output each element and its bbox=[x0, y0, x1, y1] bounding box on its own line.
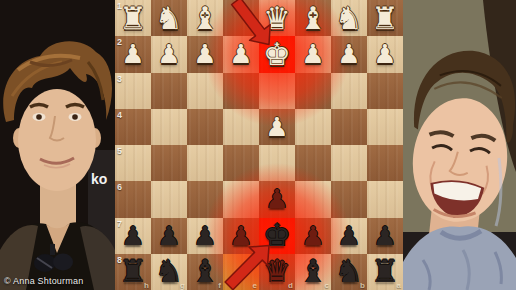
square-f5[interactable] bbox=[187, 145, 223, 181]
square-d5[interactable] bbox=[259, 145, 295, 181]
rank-label: 8 bbox=[117, 255, 122, 265]
square-g2[interactable]: ♟ bbox=[151, 36, 187, 72]
file-label: e bbox=[253, 281, 257, 290]
piece-black-pawn[interactable]: ♟ bbox=[373, 223, 396, 249]
piece-black-bishop[interactable]: ♝ bbox=[191, 256, 219, 287]
square-b6[interactable] bbox=[331, 181, 367, 217]
square-c2[interactable]: ♟ bbox=[295, 36, 331, 72]
square-c3[interactable] bbox=[295, 73, 331, 109]
square-g7[interactable]: ♟ bbox=[151, 218, 187, 254]
square-a7[interactable]: ♟ bbox=[367, 218, 403, 254]
square-h6[interactable]: 6 bbox=[115, 181, 151, 217]
square-b3[interactable] bbox=[331, 73, 367, 109]
square-c6[interactable] bbox=[295, 181, 331, 217]
square-f6[interactable] bbox=[187, 181, 223, 217]
piece-white-pawn[interactable]: ♟ bbox=[157, 41, 180, 67]
piece-white-pawn[interactable]: ♟ bbox=[301, 41, 324, 67]
rank-label: 5 bbox=[117, 146, 122, 156]
piece-black-pawn[interactable]: ♟ bbox=[157, 223, 180, 249]
square-a6[interactable] bbox=[367, 181, 403, 217]
square-h8[interactable]: ♜8h bbox=[115, 254, 151, 290]
left-player-photo: ko © Anna Shtourman bbox=[0, 0, 115, 290]
square-f3[interactable] bbox=[187, 73, 223, 109]
square-a5[interactable] bbox=[367, 145, 403, 181]
square-b5[interactable] bbox=[331, 145, 367, 181]
file-label: h bbox=[144, 281, 149, 290]
square-e6[interactable] bbox=[223, 181, 259, 217]
square-g3[interactable] bbox=[151, 73, 187, 109]
square-e8[interactable]: e bbox=[223, 254, 259, 290]
square-c7[interactable]: ♟ bbox=[295, 218, 331, 254]
file-label: b bbox=[360, 281, 365, 290]
square-c5[interactable] bbox=[295, 145, 331, 181]
rank-label: 6 bbox=[117, 182, 122, 192]
piece-black-pawn[interactable]: ♟ bbox=[193, 223, 216, 249]
piece-black-pawn[interactable]: ♟ bbox=[265, 186, 288, 212]
rank-label: 7 bbox=[117, 219, 122, 229]
piece-white-knight[interactable]: ♞ bbox=[155, 3, 183, 34]
square-b2[interactable]: ♟ bbox=[331, 36, 367, 72]
piece-black-knight[interactable]: ♞ bbox=[155, 256, 183, 287]
square-a8[interactable]: ♜a bbox=[367, 254, 403, 290]
square-d8[interactable]: ♛d bbox=[259, 254, 295, 290]
piece-black-king[interactable]: ♚ bbox=[263, 220, 291, 251]
piece-white-pawn[interactable]: ♟ bbox=[229, 41, 252, 67]
square-f1[interactable]: ♝ bbox=[187, 0, 223, 36]
square-g6[interactable] bbox=[151, 181, 187, 217]
square-f4[interactable] bbox=[187, 109, 223, 145]
video-thumbnail: ko © Anna Shtourman ♜1♞♝♛♝♞♜♟2♟♟♟♚♟♟♟34♟… bbox=[0, 0, 516, 290]
piece-black-rook[interactable]: ♜ bbox=[119, 256, 147, 287]
square-h7[interactable]: ♟7 bbox=[115, 218, 151, 254]
chess-board[interactable]: ♜1♞♝♛♝♞♜♟2♟♟♟♚♟♟♟34♟56♟♟7♟♟♟♚♟♟♟♜8h♞g♝fe… bbox=[115, 0, 403, 290]
piece-black-pawn[interactable]: ♟ bbox=[337, 223, 360, 249]
piece-white-rook[interactable]: ♜ bbox=[371, 3, 399, 34]
square-a3[interactable] bbox=[367, 73, 403, 109]
right-player-art bbox=[403, 0, 516, 290]
square-a2[interactable]: ♟ bbox=[367, 36, 403, 72]
square-g1[interactable]: ♞ bbox=[151, 0, 187, 36]
square-g5[interactable] bbox=[151, 145, 187, 181]
square-b4[interactable] bbox=[331, 109, 367, 145]
piece-white-bishop[interactable]: ♝ bbox=[299, 3, 327, 34]
square-a1[interactable]: ♜ bbox=[367, 0, 403, 36]
file-label: g bbox=[180, 281, 185, 290]
square-e1[interactable] bbox=[223, 0, 259, 36]
square-f2[interactable]: ♟ bbox=[187, 36, 223, 72]
square-e2[interactable]: ♟ bbox=[223, 36, 259, 72]
piece-black-rook[interactable]: ♜ bbox=[371, 256, 399, 287]
piece-black-knight[interactable]: ♞ bbox=[335, 256, 363, 287]
right-player-photo bbox=[403, 0, 516, 290]
piece-black-pawn[interactable]: ♟ bbox=[121, 223, 144, 249]
board-grid[interactable]: ♜1♞♝♛♝♞♜♟2♟♟♟♚♟♟♟34♟56♟♟7♟♟♟♚♟♟♟♜8h♞g♝fe… bbox=[115, 0, 403, 290]
square-g4[interactable] bbox=[151, 109, 187, 145]
piece-white-bishop[interactable]: ♝ bbox=[191, 3, 219, 34]
piece-white-queen[interactable]: ♛ bbox=[263, 3, 291, 34]
piece-white-knight[interactable]: ♞ bbox=[335, 3, 363, 34]
rank-label: 1 bbox=[117, 1, 122, 11]
square-d6[interactable]: ♟ bbox=[259, 181, 295, 217]
piece-white-pawn[interactable]: ♟ bbox=[265, 114, 288, 140]
piece-black-pawn[interactable]: ♟ bbox=[301, 223, 324, 249]
piece-white-pawn[interactable]: ♟ bbox=[193, 41, 216, 67]
square-b7[interactable]: ♟ bbox=[331, 218, 367, 254]
square-c8[interactable]: ♝c bbox=[295, 254, 331, 290]
square-h4[interactable]: 4 bbox=[115, 109, 151, 145]
square-f8[interactable]: ♝f bbox=[187, 254, 223, 290]
square-h5[interactable]: 5 bbox=[115, 145, 151, 181]
square-h3[interactable]: 3 bbox=[115, 73, 151, 109]
left-player-art bbox=[0, 0, 115, 290]
piece-white-pawn[interactable]: ♟ bbox=[373, 41, 396, 67]
file-label: f bbox=[218, 281, 221, 290]
piece-white-rook[interactable]: ♜ bbox=[119, 3, 147, 34]
piece-black-queen[interactable]: ♛ bbox=[263, 256, 291, 287]
piece-black-bishop[interactable]: ♝ bbox=[299, 256, 327, 287]
square-h2[interactable]: ♟2 bbox=[115, 36, 151, 72]
piece-white-king[interactable]: ♚ bbox=[263, 39, 291, 70]
photo-credit-watermark: © Anna Shtourman bbox=[4, 276, 83, 286]
background-logo-text: ko bbox=[91, 171, 107, 187]
square-e5[interactable] bbox=[223, 145, 259, 181]
square-d3[interactable] bbox=[259, 73, 295, 109]
square-f7[interactable]: ♟ bbox=[187, 218, 223, 254]
square-c1[interactable]: ♝ bbox=[295, 0, 331, 36]
rank-label: 3 bbox=[117, 74, 122, 84]
square-b1[interactable]: ♞ bbox=[331, 0, 367, 36]
sunglasses bbox=[50, 244, 55, 255]
square-c4[interactable] bbox=[295, 109, 331, 145]
square-d1[interactable]: ♛ bbox=[259, 0, 295, 36]
square-d2[interactable]: ♚ bbox=[259, 36, 295, 72]
square-a4[interactable] bbox=[367, 109, 403, 145]
rank-label: 4 bbox=[117, 110, 122, 120]
square-e7[interactable]: ♟ bbox=[223, 218, 259, 254]
file-label: c bbox=[325, 281, 329, 290]
piece-white-pawn[interactable]: ♟ bbox=[337, 41, 360, 67]
square-g8[interactable]: ♞g bbox=[151, 254, 187, 290]
square-e4[interactable] bbox=[223, 109, 259, 145]
file-label: d bbox=[288, 281, 293, 290]
file-label: a bbox=[397, 281, 401, 290]
square-d7[interactable]: ♚ bbox=[259, 218, 295, 254]
square-h1[interactable]: ♜1 bbox=[115, 0, 151, 36]
piece-white-pawn[interactable]: ♟ bbox=[121, 41, 144, 67]
square-d4[interactable]: ♟ bbox=[259, 109, 295, 145]
square-e3[interactable] bbox=[223, 73, 259, 109]
rank-label: 2 bbox=[117, 37, 122, 47]
square-b8[interactable]: ♞b bbox=[331, 254, 367, 290]
piece-black-pawn[interactable]: ♟ bbox=[229, 223, 252, 249]
